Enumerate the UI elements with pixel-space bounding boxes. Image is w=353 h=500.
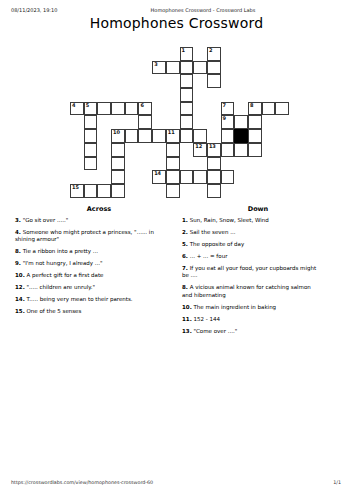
grid-cell: [138, 115, 152, 129]
clue-number: 6: [140, 103, 143, 109]
clue-number: 10: [113, 130, 120, 136]
grid-cell: [84, 129, 98, 143]
clue-item: 14. T..... being very mean to their pare…: [15, 296, 161, 303]
grid-cell: [166, 170, 180, 184]
grid-cell: [207, 74, 221, 88]
clue-number: 4: [72, 103, 75, 109]
clue-number: 15: [72, 185, 79, 191]
grid-cell: 3: [152, 61, 166, 75]
down-clues-section: Down 1. Sun, Rain, Snow, Sleet, Wind2. S…: [182, 206, 334, 340]
clue-item: 9. "I'm not hungry, I already ...": [15, 260, 161, 267]
grid-cell: [180, 74, 194, 88]
grid-cell: [234, 143, 248, 157]
grid-cell: [84, 157, 98, 171]
grid-cell: [221, 143, 235, 157]
page: 08/11/2023, 19:10 Homophones Crossword -…: [0, 0, 353, 500]
clue-number: 3: [154, 62, 157, 68]
grid-cell: [97, 184, 111, 198]
grid-cell: [125, 102, 139, 116]
grid-cell: [111, 157, 125, 171]
clue-number: 9: [223, 116, 226, 122]
grid-cell: [84, 184, 98, 198]
crossword-grid: 123456789101112131415: [70, 47, 289, 198]
grid-cell: [180, 102, 194, 116]
across-clue-list: 3. "Go sit over ....."4. Someone who mig…: [15, 217, 183, 315]
black-cell: [234, 129, 248, 143]
grid-cell: [221, 129, 235, 143]
grid-cell: [248, 129, 262, 143]
clue-number: 13: [209, 144, 216, 150]
header-doc-title: Homophones Crossword - Crossword Labs: [151, 7, 256, 13]
grid-cell: [180, 115, 194, 129]
grid-cell: 9: [221, 115, 235, 129]
down-heading: Down: [182, 206, 334, 213]
clue-item: 13. "Come over ....": [182, 328, 318, 335]
grid-cell: [84, 115, 98, 129]
header-date: 08/11/2023, 19:10: [11, 7, 57, 13]
page-title: Homophones Crossword: [0, 15, 353, 31]
across-heading: Across: [15, 206, 183, 213]
clue-number: 11: [168, 130, 175, 136]
grid-cell: [125, 129, 139, 143]
grid-cell: [166, 143, 180, 157]
clue-item: 6. ... + ... = four: [182, 253, 318, 260]
grid-cell: [152, 129, 166, 143]
footer-url: https://crosswordlabs.com/view/homophone…: [11, 480, 153, 485]
grid-cell: 13: [207, 143, 221, 157]
grid-cell: [111, 102, 125, 116]
grid-cell: [166, 184, 180, 198]
clue-number: 8: [250, 103, 253, 109]
grid-cell: [180, 170, 194, 184]
grid-cell: 10: [111, 129, 125, 143]
clue-item: 1. Sun, Rain, Snow, Sleet, Wind: [182, 217, 318, 224]
clue-number: 12: [195, 144, 202, 150]
clue-number: 7: [223, 103, 226, 109]
grid-cell: 4: [70, 102, 84, 116]
grid-cell: [166, 61, 180, 75]
grid-cell: [207, 184, 221, 198]
grid-cell: [111, 170, 125, 184]
grid-cell: [180, 88, 194, 102]
grid-cell: [193, 61, 207, 75]
clue-item: 8. A vicious animal known for catching s…: [182, 284, 318, 298]
grid-cell: 7: [221, 102, 235, 116]
grid-cell: [180, 61, 194, 75]
grid-cell: [193, 129, 207, 143]
grid-cell: [207, 61, 221, 75]
clue-item: 12. "..... children are unruly.": [15, 284, 161, 291]
across-clues-section: Across 3. "Go sit over ....."4. Someone …: [15, 206, 183, 320]
clue-number: 5: [86, 103, 89, 109]
grid-cell: [234, 115, 248, 129]
grid-cell: [166, 157, 180, 171]
clue-item: 2. Sail the seven ...: [182, 229, 318, 236]
grid-cell: [84, 143, 98, 157]
footer-page-number: 1/1: [333, 480, 341, 485]
grid-cell: [262, 102, 276, 116]
clue-number: 14: [154, 171, 161, 177]
clue-item: 3. "Go sit over .....": [15, 217, 161, 224]
grid-cell: [111, 184, 125, 198]
grid-cell: [111, 143, 125, 157]
grid-cell: [138, 129, 152, 143]
clue-item: 5. The opposite of day: [182, 241, 318, 248]
grid-cell: [193, 170, 207, 184]
grid-cell: [275, 102, 289, 116]
clue-item: 4. Someone who might protect a princess,…: [15, 229, 161, 243]
down-clue-list: 1. Sun, Rain, Snow, Sleet, Wind2. Sail t…: [182, 217, 334, 335]
clue-item: 15. One of the 5 senses: [15, 308, 161, 315]
grid-cell: [97, 102, 111, 116]
grid-cell: 14: [152, 170, 166, 184]
grid-cell: [248, 143, 262, 157]
grid-cell: 5: [84, 102, 98, 116]
grid-cell: 6: [138, 102, 152, 116]
clue-item: 10. The main ingredient in baking: [182, 304, 318, 311]
grid-cell: [221, 170, 235, 184]
grid-cell: [180, 129, 194, 143]
grid-cell: [207, 170, 221, 184]
grid-cell: 12: [193, 143, 207, 157]
clue-item: 7. If you eat all your food, your cupboa…: [182, 265, 318, 279]
grid-cell: 1: [180, 47, 194, 61]
grid-cell: 15: [70, 184, 84, 198]
grid-cell: [207, 157, 221, 171]
grid-cell: 11: [166, 129, 180, 143]
clue-item: 10. A perfect gift for a first date: [15, 272, 161, 279]
clue-item: 8. Tie a ribbon into a pretty ...: [15, 248, 161, 255]
clue-item: 11. 152 - 144: [182, 316, 318, 323]
grid-cell: 2: [207, 47, 221, 61]
grid-cell: [248, 115, 262, 129]
clue-number: 1: [182, 48, 185, 54]
clue-number: 2: [209, 48, 212, 54]
grid-cell: 8: [248, 102, 262, 116]
